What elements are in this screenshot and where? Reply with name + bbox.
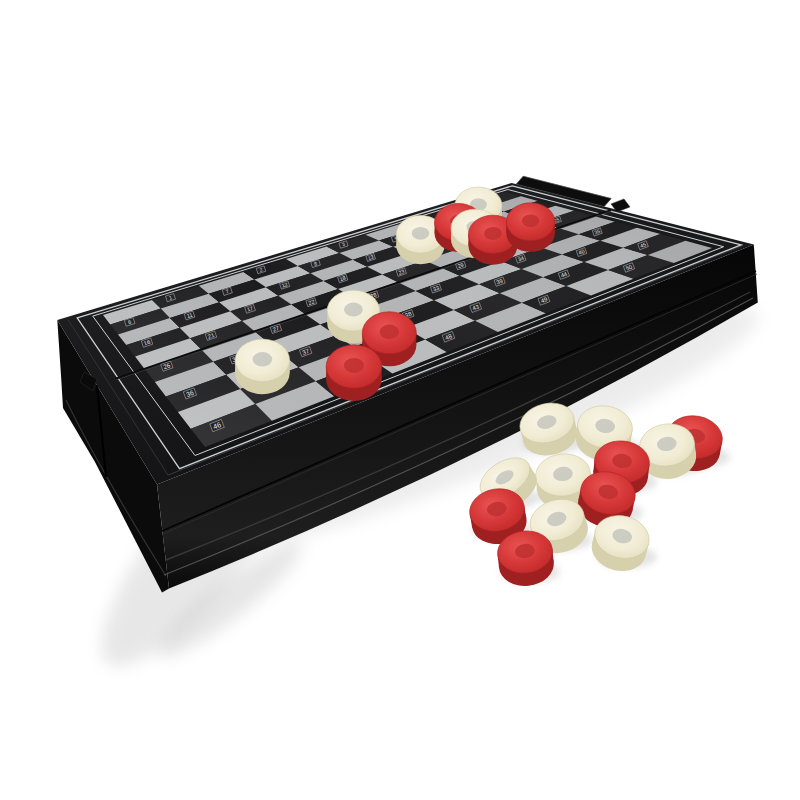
board-piece-red-r10c3 xyxy=(326,345,382,401)
photo-stage: 1234567891011121314151617181920212223242… xyxy=(0,0,800,800)
checkers-set-photo: 1234567891011121314151617181920212223242… xyxy=(0,0,800,800)
board-piece-red-r5c9 xyxy=(506,203,555,252)
board-piece-white-r8c2 xyxy=(235,339,290,394)
